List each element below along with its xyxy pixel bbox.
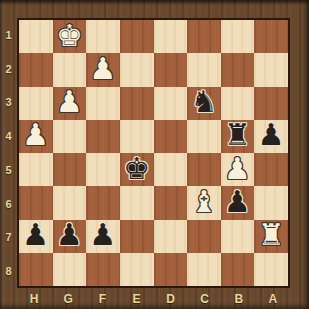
piece-white-pawn[interactable]: ♟ xyxy=(224,154,251,184)
square-b2[interactable] xyxy=(221,53,255,86)
square-h2[interactable] xyxy=(19,53,53,86)
square-a6[interactable] xyxy=(254,186,288,219)
square-a5[interactable] xyxy=(254,153,288,186)
square-b4[interactable]: ♜ xyxy=(221,120,255,153)
piece-black-pawn[interactable]: ♟ xyxy=(224,187,251,217)
square-g1[interactable]: ♚ xyxy=(53,20,87,53)
file-labels: HGFEDCBA xyxy=(17,288,290,309)
piece-black-pawn[interactable]: ♟ xyxy=(22,220,49,250)
square-d7[interactable] xyxy=(154,220,188,253)
chess-board: ♚♟♟♞♟♜♟♚♟♝♟♟♟♟♜ xyxy=(17,18,290,288)
square-b8[interactable] xyxy=(221,253,255,286)
square-g8[interactable] xyxy=(53,253,87,286)
rank-label-4: 4 xyxy=(0,119,17,153)
square-c5[interactable] xyxy=(187,153,221,186)
square-e2[interactable] xyxy=(120,53,154,86)
square-h6[interactable] xyxy=(19,186,53,219)
file-label-f: F xyxy=(85,288,119,309)
square-d4[interactable] xyxy=(154,120,188,153)
piece-black-knight[interactable]: ♞ xyxy=(190,87,217,117)
square-c2[interactable] xyxy=(187,53,221,86)
board-frame: 12345678 HGFEDCBA ♚♟♟♞♟♜♟♚♟♝♟♟♟♟♜ xyxy=(0,0,309,309)
square-e1[interactable] xyxy=(120,20,154,53)
file-label-d: D xyxy=(154,288,188,309)
square-b5[interactable]: ♟ xyxy=(221,153,255,186)
piece-black-pawn[interactable]: ♟ xyxy=(90,220,117,250)
rank-label-5: 5 xyxy=(0,153,17,187)
square-b3[interactable] xyxy=(221,87,255,120)
square-e3[interactable] xyxy=(120,87,154,120)
square-e8[interactable] xyxy=(120,253,154,286)
square-a1[interactable] xyxy=(254,20,288,53)
square-d3[interactable] xyxy=(154,87,188,120)
piece-white-bishop[interactable]: ♝ xyxy=(190,187,217,217)
square-b1[interactable] xyxy=(221,20,255,53)
square-c8[interactable] xyxy=(187,253,221,286)
square-f8[interactable] xyxy=(86,253,120,286)
square-h5[interactable] xyxy=(19,153,53,186)
square-e4[interactable] xyxy=(120,120,154,153)
square-d1[interactable] xyxy=(154,20,188,53)
square-g3[interactable]: ♟ xyxy=(53,87,87,120)
square-f5[interactable] xyxy=(86,153,120,186)
square-h8[interactable] xyxy=(19,253,53,286)
piece-white-rook[interactable]: ♜ xyxy=(258,220,285,250)
square-e6[interactable] xyxy=(120,186,154,219)
square-h1[interactable] xyxy=(19,20,53,53)
piece-black-king[interactable]: ♚ xyxy=(123,154,150,184)
rank-labels: 12345678 xyxy=(0,18,17,288)
square-d5[interactable] xyxy=(154,153,188,186)
square-f7[interactable]: ♟ xyxy=(86,220,120,253)
square-f4[interactable] xyxy=(86,120,120,153)
square-a7[interactable]: ♜ xyxy=(254,220,288,253)
rank-label-3: 3 xyxy=(0,86,17,120)
square-a8[interactable] xyxy=(254,253,288,286)
square-h7[interactable]: ♟ xyxy=(19,220,53,253)
square-f2[interactable]: ♟ xyxy=(86,53,120,86)
square-c6[interactable]: ♝ xyxy=(187,186,221,219)
square-e5[interactable]: ♚ xyxy=(120,153,154,186)
square-a4[interactable]: ♟ xyxy=(254,120,288,153)
file-label-e: E xyxy=(119,288,153,309)
file-label-c: C xyxy=(188,288,222,309)
rank-label-1: 1 xyxy=(0,18,17,52)
piece-white-pawn[interactable]: ♟ xyxy=(90,54,117,84)
file-label-b: B xyxy=(222,288,256,309)
piece-black-pawn[interactable]: ♟ xyxy=(258,120,285,150)
piece-white-king[interactable]: ♚ xyxy=(56,21,83,51)
square-h3[interactable] xyxy=(19,87,53,120)
piece-white-pawn[interactable]: ♟ xyxy=(56,87,83,117)
square-b6[interactable]: ♟ xyxy=(221,186,255,219)
square-c7[interactable] xyxy=(187,220,221,253)
square-d2[interactable] xyxy=(154,53,188,86)
square-c1[interactable] xyxy=(187,20,221,53)
square-c3[interactable]: ♞ xyxy=(187,87,221,120)
piece-white-pawn[interactable]: ♟ xyxy=(22,120,49,150)
rank-label-8: 8 xyxy=(0,254,17,288)
square-f3[interactable] xyxy=(86,87,120,120)
square-g4[interactable] xyxy=(53,120,87,153)
square-a3[interactable] xyxy=(254,87,288,120)
square-e7[interactable] xyxy=(120,220,154,253)
square-a2[interactable] xyxy=(254,53,288,86)
square-g6[interactable] xyxy=(53,186,87,219)
square-g7[interactable]: ♟ xyxy=(53,220,87,253)
square-b7[interactable] xyxy=(221,220,255,253)
square-f6[interactable] xyxy=(86,186,120,219)
rank-label-6: 6 xyxy=(0,187,17,221)
file-label-a: A xyxy=(256,288,290,309)
square-h4[interactable]: ♟ xyxy=(19,120,53,153)
square-d6[interactable] xyxy=(154,186,188,219)
square-g2[interactable] xyxy=(53,53,87,86)
file-label-g: G xyxy=(51,288,85,309)
square-g5[interactable] xyxy=(53,153,87,186)
rank-label-7: 7 xyxy=(0,221,17,255)
piece-black-rook[interactable]: ♜ xyxy=(224,120,251,150)
piece-black-pawn[interactable]: ♟ xyxy=(56,220,83,250)
file-label-h: H xyxy=(17,288,51,309)
square-f1[interactable] xyxy=(86,20,120,53)
rank-label-2: 2 xyxy=(0,52,17,86)
square-c4[interactable] xyxy=(187,120,221,153)
square-d8[interactable] xyxy=(154,253,188,286)
